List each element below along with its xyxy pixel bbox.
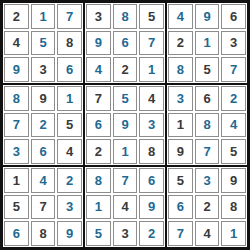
cell-r9c2[interactable]: 8: [31, 221, 56, 246]
cell-r2c3[interactable]: 8: [57, 31, 82, 56]
cell-r8c2[interactable]: 7: [31, 195, 56, 220]
cell-r3c1[interactable]: 9: [4, 57, 29, 82]
cell-r6c5[interactable]: 1: [113, 139, 138, 164]
cell-r8c8[interactable]: 2: [195, 195, 220, 220]
cell-r9c7[interactable]: 7: [168, 221, 193, 246]
cell-r1c9[interactable]: 6: [221, 4, 246, 29]
cell-r2c9[interactable]: 3: [221, 31, 246, 56]
cell-r4c8[interactable]: 6: [195, 86, 220, 111]
cell-r7c4[interactable]: 8: [86, 168, 111, 193]
cell-r1c7[interactable]: 4: [168, 4, 193, 29]
cell-r2c4[interactable]: 9: [86, 31, 111, 56]
cell-r2c1[interactable]: 4: [4, 31, 29, 56]
cell-r3c8[interactable]: 5: [195, 57, 220, 82]
cell-r5c3[interactable]: 5: [57, 113, 82, 138]
box-1-1: 217458936: [3, 3, 83, 83]
box-2-3: 362184975: [167, 85, 247, 165]
cell-r1c8[interactable]: 9: [195, 4, 220, 29]
cell-r6c9[interactable]: 5: [221, 139, 246, 164]
box-3-3: 539628741: [167, 167, 247, 247]
cell-r3c7[interactable]: 8: [168, 57, 193, 82]
cell-r7c6[interactable]: 6: [139, 168, 164, 193]
box-2-1: 891725364: [3, 85, 83, 165]
cell-r5c7[interactable]: 1: [168, 113, 193, 138]
cell-r6c3[interactable]: 4: [57, 139, 82, 164]
cell-r4c2[interactable]: 9: [31, 86, 56, 111]
cell-r8c3[interactable]: 3: [57, 195, 82, 220]
cell-r6c4[interactable]: 2: [86, 139, 111, 164]
cell-r3c9[interactable]: 7: [221, 57, 246, 82]
cell-r6c8[interactable]: 7: [195, 139, 220, 164]
cell-r4c4[interactable]: 7: [86, 86, 111, 111]
cell-r2c7[interactable]: 2: [168, 31, 193, 56]
cell-r3c3[interactable]: 6: [57, 57, 82, 82]
cell-r4c5[interactable]: 5: [113, 86, 138, 111]
cell-r5c8[interactable]: 8: [195, 113, 220, 138]
cell-r5c1[interactable]: 7: [4, 113, 29, 138]
cell-r2c5[interactable]: 6: [113, 31, 138, 56]
cell-r4c3[interactable]: 1: [57, 86, 82, 111]
cell-r1c6[interactable]: 5: [139, 4, 164, 29]
cell-r9c3[interactable]: 9: [57, 221, 82, 246]
cell-r1c2[interactable]: 1: [31, 4, 56, 29]
cell-r5c5[interactable]: 9: [113, 113, 138, 138]
cell-r2c2[interactable]: 5: [31, 31, 56, 56]
cell-r2c6[interactable]: 7: [139, 31, 164, 56]
cell-r8c6[interactable]: 9: [139, 195, 164, 220]
cell-r3c6[interactable]: 1: [139, 57, 164, 82]
cell-r9c5[interactable]: 3: [113, 221, 138, 246]
cell-r7c2[interactable]: 4: [31, 168, 56, 193]
cell-r9c6[interactable]: 2: [139, 221, 164, 246]
box-2-2: 754693218: [85, 85, 165, 165]
cell-r4c9[interactable]: 2: [221, 86, 246, 111]
cell-r5c4[interactable]: 6: [86, 113, 111, 138]
cell-r4c7[interactable]: 3: [168, 86, 193, 111]
cell-r5c6[interactable]: 3: [139, 113, 164, 138]
cell-r1c4[interactable]: 3: [86, 4, 111, 29]
cell-r8c5[interactable]: 4: [113, 195, 138, 220]
cell-r8c9[interactable]: 8: [221, 195, 246, 220]
cell-r7c7[interactable]: 5: [168, 168, 193, 193]
cell-r7c3[interactable]: 2: [57, 168, 82, 193]
box-1-3: 496213857: [167, 3, 247, 83]
cell-r9c9[interactable]: 1: [221, 221, 246, 246]
cell-r4c6[interactable]: 4: [139, 86, 164, 111]
cell-r8c1[interactable]: 5: [4, 195, 29, 220]
cell-r9c8[interactable]: 4: [195, 221, 220, 246]
cell-r3c4[interactable]: 4: [86, 57, 111, 82]
cell-r6c2[interactable]: 6: [31, 139, 56, 164]
box-3-2: 876149532: [85, 167, 165, 247]
cell-r2c8[interactable]: 1: [195, 31, 220, 56]
cell-r5c9[interactable]: 4: [221, 113, 246, 138]
cell-r6c7[interactable]: 9: [168, 139, 193, 164]
cell-r9c4[interactable]: 5: [86, 221, 111, 246]
cell-r7c9[interactable]: 9: [221, 168, 246, 193]
cell-r8c7[interactable]: 6: [168, 195, 193, 220]
cell-r9c1[interactable]: 6: [4, 221, 29, 246]
sudoku-board: 2174589363859674214962138578917253647546…: [0, 0, 250, 250]
cell-r4c1[interactable]: 8: [4, 86, 29, 111]
cell-r8c4[interactable]: 1: [86, 195, 111, 220]
cell-r3c5[interactable]: 2: [113, 57, 138, 82]
cell-r5c2[interactable]: 2: [31, 113, 56, 138]
box-1-2: 385967421: [85, 3, 165, 83]
cell-r1c5[interactable]: 8: [113, 4, 138, 29]
cell-r6c1[interactable]: 3: [4, 139, 29, 164]
cell-r7c1[interactable]: 1: [4, 168, 29, 193]
cell-r6c6[interactable]: 8: [139, 139, 164, 164]
cell-r3c2[interactable]: 3: [31, 57, 56, 82]
cell-r7c5[interactable]: 7: [113, 168, 138, 193]
cell-r1c1[interactable]: 2: [4, 4, 29, 29]
cell-r7c8[interactable]: 3: [195, 168, 220, 193]
box-3-1: 142573689: [3, 167, 83, 247]
cell-r1c3[interactable]: 7: [57, 4, 82, 29]
